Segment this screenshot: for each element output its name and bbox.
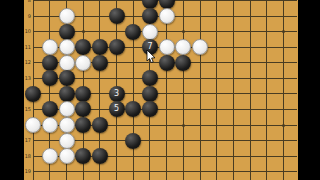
white-stone — [42, 39, 58, 55]
black-stone — [75, 86, 91, 102]
black-stone — [75, 117, 91, 133]
white-stone — [59, 117, 75, 133]
grid-vline — [200, 0, 201, 180]
row-label-9: 9 — [24, 14, 31, 19]
black-stone — [42, 101, 58, 117]
white-stone — [159, 39, 175, 55]
black-stone — [59, 24, 75, 40]
grid-vline — [250, 0, 251, 180]
black-stone — [92, 39, 108, 55]
row-label-13: 13 — [24, 76, 31, 81]
black-stone — [75, 101, 91, 117]
black-stone — [25, 86, 41, 102]
row-label-18: 18 — [24, 154, 31, 159]
black-stone — [92, 117, 108, 133]
white-stone — [25, 117, 41, 133]
black-stone — [175, 55, 191, 71]
black-stone — [59, 86, 75, 102]
star-point — [282, 30, 285, 33]
star-point — [282, 124, 285, 127]
move-number-label: 5 — [114, 105, 119, 113]
black-stone — [159, 55, 175, 71]
grid-vline — [266, 0, 267, 180]
white-stone — [59, 39, 75, 55]
row-label-19: 19 — [24, 169, 31, 174]
row-label-8: 8 — [24, 0, 31, 3]
black-stone-move-5: 5 — [109, 101, 125, 117]
white-stone — [59, 148, 75, 164]
white-stone — [142, 24, 158, 40]
grid-vline — [216, 0, 217, 180]
white-stone — [175, 39, 191, 55]
row-label-10: 10 — [24, 29, 31, 34]
row-label-17: 17 — [24, 138, 31, 143]
go-board[interactable]: 8910111213141516171819735 — [24, 0, 298, 180]
black-stone — [125, 133, 141, 149]
black-stone — [42, 70, 58, 86]
black-stone — [142, 8, 158, 24]
star-point — [82, 30, 85, 33]
mouse-cursor — [146, 50, 156, 64]
black-stone — [109, 8, 125, 24]
black-stone — [125, 101, 141, 117]
grid-vline — [233, 0, 234, 180]
black-stone — [142, 101, 158, 117]
black-stone — [109, 39, 125, 55]
star-point — [182, 124, 185, 127]
black-stone — [75, 148, 91, 164]
screen: 8910111213141516171819735 — [0, 0, 320, 180]
white-stone — [75, 55, 91, 71]
white-stone — [42, 148, 58, 164]
black-stone — [92, 148, 108, 164]
row-label-12: 12 — [24, 60, 31, 65]
grid-vline — [183, 0, 184, 180]
grid-vline — [166, 0, 167, 180]
white-stone — [59, 133, 75, 149]
black-stone — [75, 39, 91, 55]
white-stone — [59, 8, 75, 24]
move-number-label: 3 — [114, 90, 119, 98]
black-stone — [59, 70, 75, 86]
white-stone — [59, 55, 75, 71]
row-label-15: 15 — [24, 107, 31, 112]
black-stone — [125, 24, 141, 40]
black-stone — [142, 86, 158, 102]
grid-vline — [283, 0, 284, 180]
white-stone — [192, 39, 208, 55]
black-stone — [42, 55, 58, 71]
white-stone — [159, 8, 175, 24]
row-label-11: 11 — [24, 45, 31, 50]
black-stone-move-3: 3 — [109, 86, 125, 102]
star-point — [182, 30, 185, 33]
grid-hline — [33, 171, 298, 172]
black-stone — [92, 55, 108, 71]
white-stone — [59, 101, 75, 117]
white-stone — [42, 117, 58, 133]
black-stone — [142, 70, 158, 86]
